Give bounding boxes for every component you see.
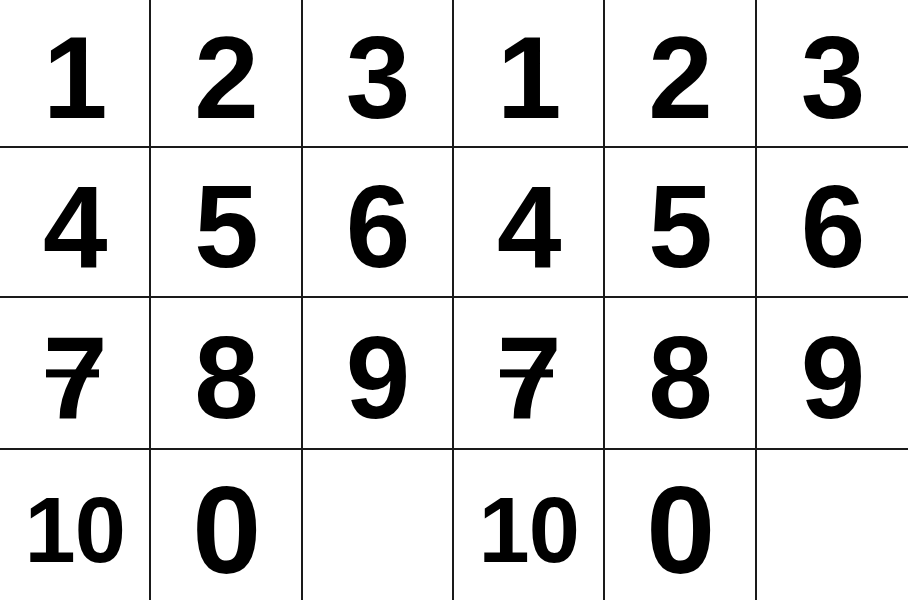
number-board: 1 2 3 1 2 3 4 5 6 4 5 6 7 8 9 7 8 9 10 0… <box>0 0 908 600</box>
cell-r1c3: 3 <box>303 0 454 148</box>
digit-r3c2: 8 <box>194 320 257 436</box>
cell-r4c5: 0 <box>605 450 756 600</box>
digit-r3c3: 9 <box>346 320 409 436</box>
digit-r1c6: 3 <box>801 20 864 136</box>
cell-r1c6: 3 <box>757 0 908 148</box>
cell-r1c4: 1 <box>454 0 605 148</box>
cell-r2c1: 4 <box>0 148 151 298</box>
cell-r1c5: 2 <box>605 0 756 148</box>
digit-r4c5: 0 <box>646 468 714 592</box>
cell-r2c4: 4 <box>454 148 605 298</box>
digit-r1c5: 2 <box>648 20 711 136</box>
cell-r3c1: 7 <box>0 298 151 450</box>
cell-r2c6: 6 <box>757 148 908 298</box>
digit-r2c6: 6 <box>801 169 864 285</box>
cell-r1c1: 1 <box>0 0 151 148</box>
cell-r4c1: 10 <box>0 450 151 600</box>
digit-r3c5: 8 <box>648 320 711 436</box>
digit-r2c2: 5 <box>194 169 257 285</box>
cell-r4c2: 0 <box>151 450 302 600</box>
cell-r4c3 <box>303 450 454 600</box>
cell-r3c6: 9 <box>757 298 908 450</box>
digit-r3c6: 9 <box>801 320 864 436</box>
digit-r2c3: 6 <box>346 169 409 285</box>
cell-r2c3: 6 <box>303 148 454 298</box>
digit-r4c1: 10 <box>24 484 125 576</box>
cell-r2c2: 5 <box>151 148 302 298</box>
cell-r4c4: 10 <box>454 450 605 600</box>
digit-r2c5: 5 <box>648 169 711 285</box>
digit-r1c2: 2 <box>194 20 257 136</box>
cell-r4c6 <box>757 450 908 600</box>
digit-r3c1: 7 <box>43 320 106 436</box>
digit-r3c4: 7 <box>497 320 560 436</box>
cell-r1c2: 2 <box>151 0 302 148</box>
cell-r3c4: 7 <box>454 298 605 450</box>
digit-r2c4: 4 <box>497 169 560 285</box>
cell-r3c5: 8 <box>605 298 756 450</box>
cell-r3c2: 8 <box>151 298 302 450</box>
cell-r2c5: 5 <box>605 148 756 298</box>
digit-r2c1: 4 <box>43 169 106 285</box>
cell-r3c3: 9 <box>303 298 454 450</box>
digit-r4c4: 10 <box>478 484 579 576</box>
digit-r1c1: 1 <box>43 20 106 136</box>
digit-r1c4: 1 <box>497 20 560 136</box>
digit-r1c3: 3 <box>346 20 409 136</box>
digit-r4c2: 0 <box>192 468 260 592</box>
